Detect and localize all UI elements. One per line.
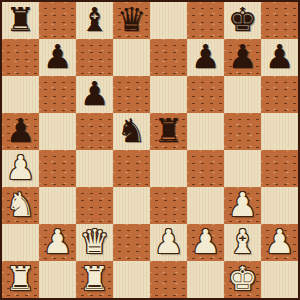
square-b1[interactable] bbox=[39, 261, 76, 298]
square-c2[interactable]: ♛ bbox=[76, 224, 113, 261]
square-d8[interactable]: ♛ bbox=[113, 2, 150, 39]
square-a6[interactable] bbox=[2, 76, 39, 113]
square-g2[interactable]: ♝ bbox=[224, 224, 261, 261]
black-pawn: ♟ bbox=[191, 39, 221, 75]
black-pawn: ♟ bbox=[43, 39, 73, 75]
white-pawn: ♟ bbox=[154, 224, 184, 260]
square-h5[interactable] bbox=[261, 113, 298, 150]
black-pawn: ♟ bbox=[6, 113, 36, 149]
square-f3[interactable] bbox=[187, 187, 224, 224]
black-knight: ♞ bbox=[117, 113, 147, 149]
square-h1[interactable] bbox=[261, 261, 298, 298]
square-a8[interactable]: ♜ bbox=[2, 2, 39, 39]
square-f1[interactable] bbox=[187, 261, 224, 298]
square-f8[interactable] bbox=[187, 2, 224, 39]
white-pawn: ♟ bbox=[265, 224, 295, 260]
square-g1[interactable]: ♚ bbox=[224, 261, 261, 298]
square-g5[interactable] bbox=[224, 113, 261, 150]
square-d5[interactable]: ♞ bbox=[113, 113, 150, 150]
square-d3[interactable] bbox=[113, 187, 150, 224]
square-e4[interactable] bbox=[150, 150, 187, 187]
square-h2[interactable]: ♟ bbox=[261, 224, 298, 261]
square-c6[interactable]: ♟ bbox=[76, 76, 113, 113]
square-g8[interactable]: ♚ bbox=[224, 2, 261, 39]
white-pawn: ♟ bbox=[43, 224, 73, 260]
white-bishop: ♝ bbox=[228, 224, 258, 260]
square-c1[interactable]: ♜ bbox=[76, 261, 113, 298]
black-pawn: ♟ bbox=[265, 39, 295, 75]
square-e2[interactable]: ♟ bbox=[150, 224, 187, 261]
white-knight: ♞ bbox=[6, 187, 36, 223]
square-h4[interactable] bbox=[261, 150, 298, 187]
square-e5[interactable]: ♜ bbox=[150, 113, 187, 150]
square-a1[interactable]: ♜ bbox=[2, 261, 39, 298]
black-queen: ♛ bbox=[117, 2, 147, 38]
black-rook: ♜ bbox=[154, 113, 184, 149]
black-bishop: ♝ bbox=[80, 2, 110, 38]
square-f2[interactable]: ♟ bbox=[187, 224, 224, 261]
white-rook: ♜ bbox=[6, 261, 36, 297]
square-h3[interactable] bbox=[261, 187, 298, 224]
square-b3[interactable] bbox=[39, 187, 76, 224]
square-b7[interactable]: ♟ bbox=[39, 39, 76, 76]
square-a3[interactable]: ♞ bbox=[2, 187, 39, 224]
white-pawn: ♟ bbox=[191, 224, 221, 260]
chess-board-frame: ♜♝♛♚♟♟♟♟♟♟♞♜♟♞♟♟♛♟♟♝♟♜♜♚ bbox=[0, 0, 300, 300]
black-rook: ♜ bbox=[6, 2, 36, 38]
square-b5[interactable] bbox=[39, 113, 76, 150]
square-h8[interactable] bbox=[261, 2, 298, 39]
square-c7[interactable] bbox=[76, 39, 113, 76]
square-d7[interactable] bbox=[113, 39, 150, 76]
square-g3[interactable]: ♟ bbox=[224, 187, 261, 224]
square-e1[interactable] bbox=[150, 261, 187, 298]
square-e3[interactable] bbox=[150, 187, 187, 224]
square-d6[interactable] bbox=[113, 76, 150, 113]
white-pawn: ♟ bbox=[228, 187, 258, 223]
white-queen: ♛ bbox=[80, 224, 110, 260]
square-b8[interactable] bbox=[39, 2, 76, 39]
square-c4[interactable] bbox=[76, 150, 113, 187]
square-g6[interactable] bbox=[224, 76, 261, 113]
black-king: ♚ bbox=[228, 2, 258, 38]
square-f7[interactable]: ♟ bbox=[187, 39, 224, 76]
square-e6[interactable] bbox=[150, 76, 187, 113]
square-e8[interactable] bbox=[150, 2, 187, 39]
square-h6[interactable] bbox=[261, 76, 298, 113]
square-b2[interactable]: ♟ bbox=[39, 224, 76, 261]
white-pawn: ♟ bbox=[6, 150, 36, 186]
square-e7[interactable] bbox=[150, 39, 187, 76]
square-a2[interactable] bbox=[2, 224, 39, 261]
square-g4[interactable] bbox=[224, 150, 261, 187]
white-king: ♚ bbox=[228, 261, 258, 297]
square-g7[interactable]: ♟ bbox=[224, 39, 261, 76]
square-d1[interactable] bbox=[113, 261, 150, 298]
square-d2[interactable] bbox=[113, 224, 150, 261]
square-a7[interactable] bbox=[2, 39, 39, 76]
square-b4[interactable] bbox=[39, 150, 76, 187]
square-a4[interactable]: ♟ bbox=[2, 150, 39, 187]
square-c3[interactable] bbox=[76, 187, 113, 224]
square-c5[interactable] bbox=[76, 113, 113, 150]
black-pawn: ♟ bbox=[228, 39, 258, 75]
square-f4[interactable] bbox=[187, 150, 224, 187]
square-d4[interactable] bbox=[113, 150, 150, 187]
white-rook: ♜ bbox=[80, 261, 110, 297]
square-c8[interactable]: ♝ bbox=[76, 2, 113, 39]
square-f6[interactable] bbox=[187, 76, 224, 113]
square-f5[interactable] bbox=[187, 113, 224, 150]
square-a5[interactable]: ♟ bbox=[2, 113, 39, 150]
square-b6[interactable] bbox=[39, 76, 76, 113]
chess-board: ♜♝♛♚♟♟♟♟♟♟♞♜♟♞♟♟♛♟♟♝♟♜♜♚ bbox=[2, 2, 298, 298]
black-pawn: ♟ bbox=[80, 76, 110, 112]
square-h7[interactable]: ♟ bbox=[261, 39, 298, 76]
